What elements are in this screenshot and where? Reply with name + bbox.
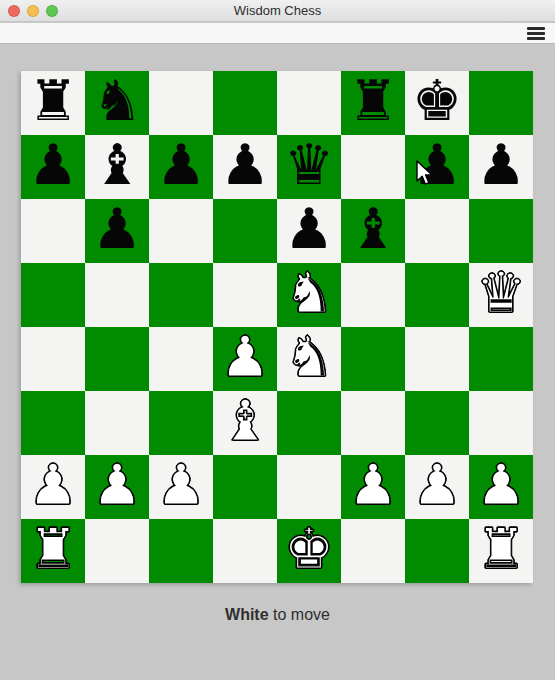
square-b8[interactable]: ♞ — [85, 71, 149, 135]
square-e2[interactable] — [277, 455, 341, 519]
close-button[interactable] — [8, 5, 20, 17]
black-queen: ♛ — [284, 137, 334, 193]
square-e6[interactable]: ♟ — [277, 199, 341, 263]
white-knight: ♞ — [284, 329, 334, 385]
white-king: ♚ — [284, 521, 334, 577]
square-h1[interactable]: ♜ — [469, 519, 533, 583]
black-bishop: ♝ — [348, 201, 398, 257]
square-e5[interactable]: ♞ — [277, 263, 341, 327]
square-h2[interactable]: ♟ — [469, 455, 533, 519]
title-bar: Wisdom Chess — [0, 0, 555, 22]
square-d2[interactable] — [213, 455, 277, 519]
square-h5[interactable]: ♛ — [469, 263, 533, 327]
white-rook: ♜ — [476, 521, 526, 577]
square-c8[interactable] — [149, 71, 213, 135]
white-pawn: ♟ — [220, 329, 270, 385]
minimize-button[interactable] — [27, 5, 39, 17]
square-e8[interactable] — [277, 71, 341, 135]
square-f2[interactable]: ♟ — [341, 455, 405, 519]
square-d4[interactable]: ♟ — [213, 327, 277, 391]
square-d7[interactable]: ♟ — [213, 135, 277, 199]
square-b3[interactable] — [85, 391, 149, 455]
black-bishop: ♝ — [92, 137, 142, 193]
square-b2[interactable]: ♟ — [85, 455, 149, 519]
square-c4[interactable] — [149, 327, 213, 391]
square-d8[interactable] — [213, 71, 277, 135]
status-text: White to move — [0, 606, 555, 624]
wisdom-chess-window: Wisdom Chess ♜♞♜♚♟♝♟♟♛♟♟♟♟♝♞♛♟♞♝♟♟♟♟♟♟♜♚… — [0, 0, 555, 680]
square-c7[interactable]: ♟ — [149, 135, 213, 199]
square-g2[interactable]: ♟ — [405, 455, 469, 519]
black-rook: ♜ — [348, 73, 398, 129]
square-a1[interactable]: ♜ — [21, 519, 85, 583]
square-f5[interactable] — [341, 263, 405, 327]
square-e7[interactable]: ♛ — [277, 135, 341, 199]
square-c3[interactable] — [149, 391, 213, 455]
square-c1[interactable] — [149, 519, 213, 583]
square-a8[interactable]: ♜ — [21, 71, 85, 135]
square-d6[interactable] — [213, 199, 277, 263]
square-b6[interactable]: ♟ — [85, 199, 149, 263]
square-f3[interactable] — [341, 391, 405, 455]
square-a7[interactable]: ♟ — [21, 135, 85, 199]
square-a3[interactable] — [21, 391, 85, 455]
square-a5[interactable] — [21, 263, 85, 327]
square-f4[interactable] — [341, 327, 405, 391]
square-g1[interactable] — [405, 519, 469, 583]
square-a2[interactable]: ♟ — [21, 455, 85, 519]
white-pawn: ♟ — [28, 457, 78, 513]
black-rook: ♜ — [28, 73, 78, 129]
square-f6[interactable]: ♝ — [341, 199, 405, 263]
zoom-button[interactable] — [46, 5, 58, 17]
side-to-move: White — [225, 606, 269, 623]
black-pawn: ♟ — [92, 201, 142, 257]
white-pawn: ♟ — [412, 457, 462, 513]
square-h3[interactable] — [469, 391, 533, 455]
black-pawn: ♟ — [220, 137, 270, 193]
square-e4[interactable]: ♞ — [277, 327, 341, 391]
square-d1[interactable] — [213, 519, 277, 583]
square-c5[interactable] — [149, 263, 213, 327]
square-f1[interactable] — [341, 519, 405, 583]
square-h6[interactable] — [469, 199, 533, 263]
square-g7[interactable]: ♟ — [405, 135, 469, 199]
square-b7[interactable]: ♝ — [85, 135, 149, 199]
white-pawn: ♟ — [92, 457, 142, 513]
black-pawn: ♟ — [156, 137, 206, 193]
white-pawn: ♟ — [348, 457, 398, 513]
square-e1[interactable]: ♚ — [277, 519, 341, 583]
square-d3[interactable]: ♝ — [213, 391, 277, 455]
square-h8[interactable] — [469, 71, 533, 135]
square-g4[interactable] — [405, 327, 469, 391]
square-g3[interactable] — [405, 391, 469, 455]
square-c2[interactable]: ♟ — [149, 455, 213, 519]
square-h7[interactable]: ♟ — [469, 135, 533, 199]
black-knight: ♞ — [92, 73, 142, 129]
window-controls — [8, 5, 58, 17]
window-title: Wisdom Chess — [0, 0, 555, 22]
white-rook: ♜ — [28, 521, 78, 577]
square-b4[interactable] — [85, 327, 149, 391]
black-pawn: ♟ — [28, 137, 78, 193]
hamburger-menu-icon[interactable] — [527, 27, 545, 40]
black-pawn: ♟ — [284, 201, 334, 257]
square-f7[interactable] — [341, 135, 405, 199]
square-a6[interactable] — [21, 199, 85, 263]
white-knight: ♞ — [284, 265, 334, 321]
white-queen: ♛ — [476, 265, 526, 321]
square-g8[interactable]: ♚ — [405, 71, 469, 135]
black-pawn: ♟ — [412, 137, 462, 193]
square-d5[interactable] — [213, 263, 277, 327]
square-h4[interactable] — [469, 327, 533, 391]
square-b1[interactable] — [85, 519, 149, 583]
black-pawn: ♟ — [476, 137, 526, 193]
square-g5[interactable] — [405, 263, 469, 327]
square-c6[interactable] — [149, 199, 213, 263]
square-e3[interactable] — [277, 391, 341, 455]
chess-board: ♜♞♜♚♟♝♟♟♛♟♟♟♟♝♞♛♟♞♝♟♟♟♟♟♟♜♚♜ — [21, 71, 533, 583]
black-king: ♚ — [412, 73, 462, 129]
status-rest: to move — [273, 606, 330, 623]
white-pawn: ♟ — [156, 457, 206, 513]
square-g6[interactable] — [405, 199, 469, 263]
square-f8[interactable]: ♜ — [341, 71, 405, 135]
white-pawn: ♟ — [476, 457, 526, 513]
square-a4[interactable] — [21, 327, 85, 391]
toolbar — [0, 23, 555, 44]
white-bishop: ♝ — [220, 393, 270, 449]
square-b5[interactable] — [85, 263, 149, 327]
